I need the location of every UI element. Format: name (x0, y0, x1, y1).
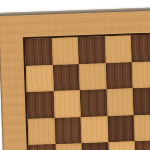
square-r2c3 (79, 63, 106, 90)
square-r2c1 (26, 65, 53, 92)
square-r3c5 (133, 87, 150, 114)
board-grid (25, 32, 150, 150)
square-r3c3 (80, 89, 107, 116)
square-r5c2 (55, 143, 82, 150)
square-r4c3 (81, 116, 108, 143)
playing-area (23, 30, 150, 150)
chessboard (0, 4, 150, 150)
photo-background (0, 0, 150, 150)
square-r4c1 (28, 118, 55, 145)
square-r4c5 (134, 114, 150, 141)
square-r1c2 (51, 37, 78, 64)
square-r1c4 (104, 35, 131, 62)
square-r5c3 (82, 142, 109, 150)
board-top-edge (0, 4, 150, 16)
square-r5c4 (108, 141, 135, 150)
square-r1c1 (25, 38, 52, 65)
square-r3c2 (53, 90, 80, 117)
square-r5c5 (135, 140, 150, 150)
square-r2c4 (105, 62, 132, 89)
square-r3c4 (106, 88, 133, 115)
square-r4c4 (107, 115, 134, 142)
square-r2c2 (52, 64, 79, 91)
square-r1c3 (78, 36, 105, 63)
square-r3c1 (27, 91, 54, 118)
square-r5c1 (29, 144, 56, 150)
square-r4c2 (54, 117, 81, 144)
square-r1c5 (131, 34, 150, 61)
square-r2c5 (132, 61, 150, 88)
